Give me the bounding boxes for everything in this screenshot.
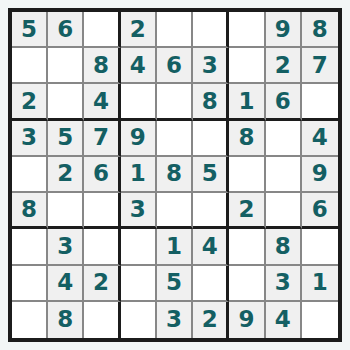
cell-r5c4[interactable]: 1 xyxy=(121,157,157,193)
cell-r2c9[interactable]: 7 xyxy=(302,48,338,84)
sudoku-page: 5629884632724816357984261859832631484253… xyxy=(0,0,350,350)
cell-r4c7[interactable]: 8 xyxy=(229,121,265,157)
cell-r5c9[interactable]: 9 xyxy=(302,157,338,193)
cell-r8c6[interactable] xyxy=(193,266,229,302)
cell-r1c9[interactable]: 8 xyxy=(302,12,338,48)
cell-r3c3[interactable]: 4 xyxy=(84,84,120,120)
cell-r9c4[interactable] xyxy=(121,302,157,338)
cell-r7c9[interactable] xyxy=(302,229,338,265)
cell-r1c6[interactable] xyxy=(193,12,229,48)
cell-r9c2[interactable]: 8 xyxy=(48,302,84,338)
cell-r6c7[interactable]: 2 xyxy=(229,193,265,229)
cell-r3c8[interactable]: 6 xyxy=(266,84,302,120)
cell-r3c2[interactable] xyxy=(48,84,84,120)
cell-r7c7[interactable] xyxy=(229,229,265,265)
cell-r3c6[interactable]: 8 xyxy=(193,84,229,120)
cell-r1c7[interactable] xyxy=(229,12,265,48)
cell-r4c9[interactable]: 4 xyxy=(302,121,338,157)
cell-r1c4[interactable]: 2 xyxy=(121,12,157,48)
cell-r8c8[interactable]: 3 xyxy=(266,266,302,302)
cell-r2c6[interactable]: 3 xyxy=(193,48,229,84)
cell-r2c1[interactable] xyxy=(12,48,48,84)
cell-r5c7[interactable] xyxy=(229,157,265,193)
cell-r9c1[interactable] xyxy=(12,302,48,338)
cell-r9c8[interactable]: 4 xyxy=(266,302,302,338)
cell-r6c6[interactable] xyxy=(193,193,229,229)
cell-r7c5[interactable]: 1 xyxy=(157,229,193,265)
cell-r2c2[interactable] xyxy=(48,48,84,84)
cell-r6c1[interactable]: 8 xyxy=(12,193,48,229)
cell-r4c4[interactable]: 9 xyxy=(121,121,157,157)
cell-r1c5[interactable] xyxy=(157,12,193,48)
cell-r7c6[interactable]: 4 xyxy=(193,229,229,265)
cell-r5c1[interactable] xyxy=(12,157,48,193)
cell-r2c7[interactable] xyxy=(229,48,265,84)
cell-r3c7[interactable]: 1 xyxy=(229,84,265,120)
cell-r3c5[interactable] xyxy=(157,84,193,120)
cell-r9c6[interactable]: 2 xyxy=(193,302,229,338)
cell-r7c2[interactable]: 3 xyxy=(48,229,84,265)
cell-r7c1[interactable] xyxy=(12,229,48,265)
cell-r1c2[interactable]: 6 xyxy=(48,12,84,48)
cell-r2c3[interactable]: 8 xyxy=(84,48,120,84)
cell-r6c8[interactable] xyxy=(266,193,302,229)
cell-r5c5[interactable]: 8 xyxy=(157,157,193,193)
cell-r9c3[interactable] xyxy=(84,302,120,338)
cell-r9c7[interactable]: 9 xyxy=(229,302,265,338)
cell-r2c8[interactable]: 2 xyxy=(266,48,302,84)
cell-r4c8[interactable] xyxy=(266,121,302,157)
cell-r6c4[interactable]: 3 xyxy=(121,193,157,229)
cell-r8c9[interactable]: 1 xyxy=(302,266,338,302)
cell-r8c5[interactable]: 5 xyxy=(157,266,193,302)
cell-r6c2[interactable] xyxy=(48,193,84,229)
cell-r6c3[interactable] xyxy=(84,193,120,229)
cell-r4c1[interactable]: 3 xyxy=(12,121,48,157)
cell-r8c7[interactable] xyxy=(229,266,265,302)
cell-r8c4[interactable] xyxy=(121,266,157,302)
cell-r7c8[interactable]: 8 xyxy=(266,229,302,265)
cell-r5c3[interactable]: 6 xyxy=(84,157,120,193)
cell-r2c5[interactable]: 6 xyxy=(157,48,193,84)
cell-r4c5[interactable] xyxy=(157,121,193,157)
cell-r6c9[interactable]: 6 xyxy=(302,193,338,229)
cell-r1c8[interactable]: 9 xyxy=(266,12,302,48)
cell-r1c3[interactable] xyxy=(84,12,120,48)
cell-r4c3[interactable]: 7 xyxy=(84,121,120,157)
cell-r1c1[interactable]: 5 xyxy=(12,12,48,48)
cell-r5c8[interactable] xyxy=(266,157,302,193)
cell-r4c6[interactable] xyxy=(193,121,229,157)
cell-r8c2[interactable]: 4 xyxy=(48,266,84,302)
cell-r9c9[interactable] xyxy=(302,302,338,338)
cell-r2c4[interactable]: 4 xyxy=(121,48,157,84)
cell-r4c2[interactable]: 5 xyxy=(48,121,84,157)
cell-r3c1[interactable]: 2 xyxy=(12,84,48,120)
cell-r3c9[interactable] xyxy=(302,84,338,120)
cell-r3c4[interactable] xyxy=(121,84,157,120)
cell-r7c3[interactable] xyxy=(84,229,120,265)
cell-r7c4[interactable] xyxy=(121,229,157,265)
cell-r8c1[interactable] xyxy=(12,266,48,302)
cell-r9c5[interactable]: 3 xyxy=(157,302,193,338)
cell-r5c6[interactable]: 5 xyxy=(193,157,229,193)
cell-r6c5[interactable] xyxy=(157,193,193,229)
sudoku-board: 5629884632724816357984261859832631484253… xyxy=(8,8,342,342)
cell-r8c3[interactable]: 2 xyxy=(84,266,120,302)
cell-r5c2[interactable]: 2 xyxy=(48,157,84,193)
